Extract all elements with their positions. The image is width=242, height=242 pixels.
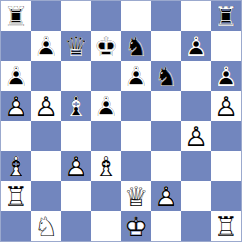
square-c7[interactable] xyxy=(61,31,91,61)
square-f5[interactable] xyxy=(151,91,181,121)
square-g3[interactable] xyxy=(181,151,211,181)
square-e8[interactable] xyxy=(121,1,151,31)
square-a6[interactable] xyxy=(1,61,31,91)
piece-white-king[interactable] xyxy=(121,211,151,241)
square-g5[interactable] xyxy=(181,91,211,121)
square-f8[interactable] xyxy=(151,1,181,31)
square-a4[interactable] xyxy=(1,121,31,151)
square-c4[interactable] xyxy=(61,121,91,151)
piece-black-knight[interactable] xyxy=(121,31,151,61)
square-c8[interactable] xyxy=(61,1,91,31)
square-f2[interactable] xyxy=(151,181,181,211)
piece-black-pawn[interactable] xyxy=(1,61,31,91)
piece-white-pawn[interactable] xyxy=(61,151,91,181)
square-h6[interactable] xyxy=(211,61,241,91)
square-h1[interactable] xyxy=(211,211,241,241)
piece-black-rook[interactable] xyxy=(1,1,31,31)
square-a3[interactable] xyxy=(1,151,31,181)
piece-black-rook[interactable] xyxy=(211,1,241,31)
square-d2[interactable] xyxy=(91,181,121,211)
square-e6[interactable] xyxy=(121,61,151,91)
square-d1[interactable] xyxy=(91,211,121,241)
square-c6[interactable] xyxy=(61,61,91,91)
piece-white-pawn[interactable] xyxy=(1,91,31,121)
square-h2[interactable] xyxy=(211,181,241,211)
square-d6[interactable] xyxy=(91,61,121,91)
square-d4[interactable] xyxy=(91,121,121,151)
square-f7[interactable] xyxy=(151,31,181,61)
square-e1[interactable] xyxy=(121,211,151,241)
square-e3[interactable] xyxy=(121,151,151,181)
piece-black-pawn[interactable] xyxy=(31,31,61,61)
square-d7[interactable] xyxy=(91,31,121,61)
square-h4[interactable] xyxy=(211,121,241,151)
piece-white-rook[interactable] xyxy=(211,211,241,241)
piece-white-rook[interactable] xyxy=(1,181,31,211)
square-d5[interactable] xyxy=(91,91,121,121)
piece-black-pawn[interactable] xyxy=(121,61,151,91)
piece-white-pawn[interactable] xyxy=(31,91,61,121)
square-e4[interactable] xyxy=(121,121,151,151)
square-b5[interactable] xyxy=(31,91,61,121)
square-b2[interactable] xyxy=(31,181,61,211)
square-h3[interactable] xyxy=(211,151,241,181)
square-e7[interactable] xyxy=(121,31,151,61)
square-h5[interactable] xyxy=(211,91,241,121)
square-e2[interactable] xyxy=(121,181,151,211)
square-d8[interactable] xyxy=(91,1,121,31)
square-a1[interactable] xyxy=(1,211,31,241)
chess-board-container xyxy=(0,0,242,242)
square-f4[interactable] xyxy=(151,121,181,151)
piece-black-pawn[interactable] xyxy=(181,31,211,61)
square-g8[interactable] xyxy=(181,1,211,31)
square-b6[interactable] xyxy=(31,61,61,91)
square-f1[interactable] xyxy=(151,211,181,241)
square-c1[interactable] xyxy=(61,211,91,241)
square-a5[interactable] xyxy=(1,91,31,121)
chess-board xyxy=(0,0,242,242)
square-f3[interactable] xyxy=(151,151,181,181)
piece-white-pawn[interactable] xyxy=(181,121,211,151)
square-a2[interactable] xyxy=(1,181,31,211)
square-h8[interactable] xyxy=(211,1,241,31)
piece-black-pawn[interactable] xyxy=(211,61,241,91)
square-b3[interactable] xyxy=(31,151,61,181)
square-g1[interactable] xyxy=(181,211,211,241)
square-e5[interactable] xyxy=(121,91,151,121)
square-g6[interactable] xyxy=(181,61,211,91)
square-a7[interactable] xyxy=(1,31,31,61)
square-b1[interactable] xyxy=(31,211,61,241)
square-b8[interactable] xyxy=(31,1,61,31)
piece-black-knight[interactable] xyxy=(151,61,181,91)
square-h7[interactable] xyxy=(211,31,241,61)
piece-black-king[interactable] xyxy=(91,31,121,61)
square-g7[interactable] xyxy=(181,31,211,61)
square-f6[interactable] xyxy=(151,61,181,91)
square-c3[interactable] xyxy=(61,151,91,181)
piece-white-knight[interactable] xyxy=(31,211,61,241)
piece-black-pawn[interactable] xyxy=(91,91,121,121)
square-a8[interactable] xyxy=(1,1,31,31)
square-g2[interactable] xyxy=(181,181,211,211)
square-d3[interactable] xyxy=(91,151,121,181)
piece-black-queen[interactable] xyxy=(61,31,91,61)
piece-white-pawn[interactable] xyxy=(151,181,181,211)
square-c5[interactable] xyxy=(61,91,91,121)
piece-black-bishop[interactable] xyxy=(61,91,91,121)
square-c2[interactable] xyxy=(61,181,91,211)
piece-white-queen[interactable] xyxy=(121,181,151,211)
piece-white-bishop[interactable] xyxy=(91,151,121,181)
square-b7[interactable] xyxy=(31,31,61,61)
square-g4[interactable] xyxy=(181,121,211,151)
square-b4[interactable] xyxy=(31,121,61,151)
piece-white-bishop[interactable] xyxy=(1,151,31,181)
piece-white-pawn[interactable] xyxy=(211,91,241,121)
